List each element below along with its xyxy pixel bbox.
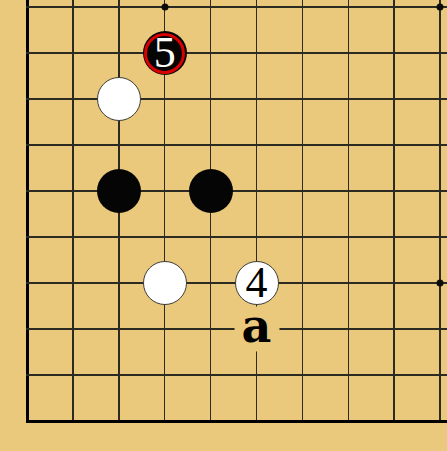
move-number: 5 [154,31,176,75]
stone-black-d9: 5 [143,31,187,75]
grid-vline [302,0,304,423]
grid-hline [26,236,447,238]
move-number: 4 [246,261,268,305]
grid-hline [26,52,447,54]
go-board-diagram: a54 [0,0,447,451]
stone-white-d4 [143,261,187,305]
point-label-text: a [242,302,272,348]
stone-black-c6 [97,169,141,213]
grid-vline [393,0,395,423]
stone-white-f4: 4 [235,261,279,305]
grid-vline [72,0,74,423]
grid-vline [348,0,350,423]
star-point [437,280,444,287]
grid-hline [26,6,447,8]
stone-white-c8 [97,77,141,121]
stone-black-e6 [189,169,233,213]
grid-vline [256,0,258,423]
board-left-edge [26,0,29,423]
star-point [161,4,168,11]
grid-vline [439,0,441,423]
board-bottom-edge [26,420,447,423]
star-point [437,4,444,11]
grid-hline [26,374,447,376]
grid-hline [26,98,447,100]
grid-hline [26,144,447,146]
grid-hline [26,190,447,192]
point-label-a: a [234,307,279,352]
